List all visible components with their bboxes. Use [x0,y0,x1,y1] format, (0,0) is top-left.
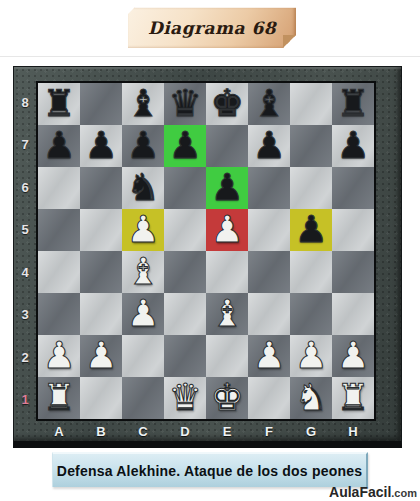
square-h3 [332,293,374,335]
branding-tld: .com [391,487,417,499]
square-h4 [332,251,374,293]
file-label-d: D [164,421,206,441]
white-pawn: ♟ [84,335,117,377]
square-f2: ♟ [248,335,290,377]
square-e4 [206,251,248,293]
file-label-e: E [206,421,248,441]
square-h2: ♟ [332,335,374,377]
square-g1: ♞ [290,377,332,419]
chess-board-frame: 87654321 ♜♝♛♚♝♜♟♟♟♟♟♟♞♟♟♟♟♝♟♝♟♟♟♟♟♜♛♚♞♜ … [13,66,402,448]
page: Diagrama 68 87654321 ♜♝♛♚♝♜♟♟♟♟♟♟♞♟♟♟♟♝♟… [0,0,420,501]
file-label-h: H [332,421,374,441]
caption-box: Defensa Alekhine. Ataque de los dos peon… [52,452,368,487]
file-label-a: A [38,421,80,441]
square-a3 [38,293,80,335]
banner-fold-corner-icon [283,35,296,48]
rank-label-2: 2 [14,336,36,379]
square-b3 [80,293,122,335]
square-f6 [248,167,290,209]
square-b1 [80,377,122,419]
square-f1 [248,377,290,419]
white-rook: ♜ [336,377,369,419]
square-e6: ♟ [206,167,248,209]
rank-labels: 87654321 [14,81,36,421]
square-b7: ♟ [80,125,122,167]
file-label-b: B [80,421,122,441]
black-pawn: ♟ [336,125,369,167]
square-f7: ♟ [248,125,290,167]
square-h8: ♜ [332,83,374,125]
black-pawn: ♟ [168,125,201,167]
black-pawn: ♟ [252,125,285,167]
square-g5: ♟ [290,209,332,251]
white-pawn: ♟ [252,335,285,377]
rank-label-3: 3 [14,294,36,337]
square-d1: ♛ [164,377,206,419]
square-h1: ♜ [332,377,374,419]
white-bishop: ♝ [126,251,159,293]
square-d2 [164,335,206,377]
white-pawn: ♟ [126,209,159,251]
white-pawn: ♟ [210,209,243,251]
black-pawn: ♟ [210,167,243,209]
rank-label-4: 4 [14,251,36,294]
square-a2: ♟ [38,335,80,377]
file-labels: ABCDEFGH [38,421,374,441]
white-king: ♚ [210,377,243,419]
black-knight: ♞ [126,167,159,209]
file-label-g: G [290,421,332,441]
site-branding: AulaFacil .com [329,484,417,500]
square-g6 [290,167,332,209]
square-a7: ♟ [38,125,80,167]
square-a8: ♜ [38,83,80,125]
white-pawn: ♟ [294,335,327,377]
square-h7: ♟ [332,125,374,167]
white-rook: ♜ [42,377,75,419]
square-a6 [38,167,80,209]
black-king: ♚ [210,83,243,125]
square-g8 [290,83,332,125]
file-label-f: F [248,421,290,441]
square-f8: ♝ [248,83,290,125]
square-c8: ♝ [122,83,164,125]
square-e2 [206,335,248,377]
square-b8 [80,83,122,125]
white-pawn: ♟ [126,293,159,335]
square-a5 [38,209,80,251]
square-b6 [80,167,122,209]
black-pawn: ♟ [84,125,117,167]
square-h6 [332,167,374,209]
white-pawn: ♟ [42,335,75,377]
black-pawn: ♟ [42,125,75,167]
rank-label-1: 1 [14,379,36,422]
square-d3 [164,293,206,335]
black-bishop: ♝ [126,83,159,125]
rank-label-7: 7 [14,124,36,167]
square-c3: ♟ [122,293,164,335]
square-f3 [248,293,290,335]
rank-label-6: 6 [14,166,36,209]
title-banner: Diagrama 68 [128,7,296,48]
square-a1: ♜ [38,377,80,419]
divider-line [0,56,420,57]
black-pawn: ♟ [294,209,327,251]
white-queen: ♛ [168,377,201,419]
square-f4 [248,251,290,293]
square-e3: ♝ [206,293,248,335]
white-knight: ♞ [294,377,327,419]
square-g7 [290,125,332,167]
rank-label-8: 8 [14,81,36,124]
square-g3 [290,293,332,335]
square-c4: ♝ [122,251,164,293]
chess-board: ♜♝♛♚♝♜♟♟♟♟♟♟♞♟♟♟♟♝♟♝♟♟♟♟♟♜♛♚♞♜ [36,81,376,421]
square-c6: ♞ [122,167,164,209]
diagram-title: Diagrama 68 [148,18,276,38]
square-d8: ♛ [164,83,206,125]
black-rook: ♜ [42,83,75,125]
square-e5: ♟ [206,209,248,251]
black-rook: ♜ [336,83,369,125]
white-pawn: ♟ [336,335,369,377]
square-c1 [122,377,164,419]
square-g2: ♟ [290,335,332,377]
square-c7: ♟ [122,125,164,167]
square-d7: ♟ [164,125,206,167]
square-d4 [164,251,206,293]
square-d5 [164,209,206,251]
black-pawn: ♟ [126,125,159,167]
square-b2: ♟ [80,335,122,377]
rank-label-5: 5 [14,209,36,252]
square-b4 [80,251,122,293]
square-h5 [332,209,374,251]
file-label-c: C [122,421,164,441]
square-c5: ♟ [122,209,164,251]
square-b5 [80,209,122,251]
square-a4 [38,251,80,293]
white-bishop: ♝ [210,293,243,335]
caption-text: Defensa Alekhine. Ataque de los dos peon… [57,463,362,479]
black-queen: ♛ [168,83,201,125]
square-g4 [290,251,332,293]
square-c2 [122,335,164,377]
branding-name: AulaFacil [329,484,391,500]
square-e7 [206,125,248,167]
square-e8: ♚ [206,83,248,125]
square-f5 [248,209,290,251]
black-bishop: ♝ [252,83,285,125]
square-d6 [164,167,206,209]
square-e1: ♚ [206,377,248,419]
